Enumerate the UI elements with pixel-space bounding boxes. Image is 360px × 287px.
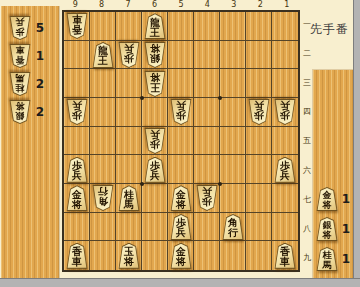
piece-sente-pawn[interactable]: 歩兵: [168, 213, 194, 242]
square-12[interactable]: [272, 41, 298, 70]
shogi-diagram: 歩兵5香車1桂馬2銀将2 987654321 一二三四五六七八九 香車龍王龍王歩…: [0, 0, 360, 287]
piece-gote-lance[interactable]: 香車: [64, 12, 90, 41]
square-18[interactable]: [272, 213, 298, 242]
piece-kanji: 歩兵: [274, 99, 296, 125]
piece-sente-dragon[interactable]: 龍王: [90, 41, 116, 70]
hand-count-gote-pawn: 5: [33, 16, 47, 40]
square-28[interactable]: [246, 213, 272, 242]
hand-count-gote-knight: 2: [33, 72, 47, 96]
square-52[interactable]: [168, 41, 194, 70]
rank-label-2: 二: [301, 39, 313, 68]
square-35[interactable]: [220, 127, 246, 156]
file-label-9: 9: [62, 0, 88, 10]
square-41[interactable]: [194, 12, 220, 41]
piece-gote-pawn[interactable]: 歩兵: [168, 98, 194, 127]
square-68[interactable]: [142, 213, 168, 242]
file-label-7: 7: [115, 0, 141, 10]
piece-kanji: 銀将: [9, 100, 31, 124]
hand-piece-sente-gold[interactable]: 金将: [315, 187, 339, 211]
piece-kanji: 龍王: [144, 13, 166, 39]
rank-label-5: 五: [301, 126, 313, 155]
piece-sente-knight[interactable]: 桂馬: [116, 184, 142, 213]
file-label-1: 1: [274, 0, 300, 10]
piece-kanji: 龍王: [92, 42, 114, 68]
square-27[interactable]: [246, 184, 272, 213]
window-border-bottom: [0, 278, 360, 287]
square-36[interactable]: [220, 155, 246, 184]
rank-label-8: 八: [301, 214, 313, 243]
square-78[interactable]: [116, 213, 142, 242]
square-13[interactable]: [272, 69, 298, 98]
piece-sente-gold[interactable]: 金将: [168, 184, 194, 213]
hand-piece-gote-lance[interactable]: 香車: [8, 44, 32, 68]
shogi-board: 香車龍王龍王歩兵銀将王将歩兵歩兵歩兵歩兵歩兵歩兵歩兵歩兵金将角行桂馬金将歩兵歩兵…: [62, 10, 300, 272]
rank-label-4: 四: [301, 97, 313, 126]
rank-label-6: 六: [301, 156, 313, 185]
piece-kanji: 歩兵: [118, 42, 140, 68]
square-46[interactable]: [194, 155, 220, 184]
hand-count-sente-gold: 1: [339, 187, 353, 211]
piece-gote-pawn[interactable]: 歩兵: [116, 41, 142, 70]
square-11[interactable]: [272, 12, 298, 41]
hand-count-gote-lance: 1: [33, 44, 47, 68]
piece-sente-pawn[interactable]: 歩兵: [64, 155, 90, 184]
square-86[interactable]: [90, 155, 116, 184]
square-95[interactable]: [64, 127, 90, 156]
file-labels: 987654321: [62, 0, 300, 10]
piece-gote-king[interactable]: 王将: [142, 69, 168, 98]
square-55[interactable]: [168, 127, 194, 156]
square-84[interactable]: [90, 98, 116, 127]
square-29[interactable]: [246, 241, 272, 270]
square-48[interactable]: [194, 213, 220, 242]
hand-piece-sente-knight[interactable]: 桂馬: [315, 247, 339, 271]
hand-count-sente-silver: 1: [339, 217, 353, 241]
piece-sente-pawn[interactable]: 歩兵: [272, 155, 298, 184]
piece-kanji: 歩兵: [9, 16, 31, 40]
square-33[interactable]: [220, 69, 246, 98]
piece-kanji: 金将: [170, 185, 192, 211]
piece-kanji: 歩兵: [170, 214, 192, 240]
square-85[interactable]: [90, 127, 116, 156]
square-51[interactable]: [168, 12, 194, 41]
piece-kanji: 角行: [222, 214, 244, 240]
hand-piece-gote-silver[interactable]: 銀将: [8, 100, 32, 124]
square-44[interactable]: [194, 98, 220, 127]
rank-labels: 一二三四五六七八九: [301, 10, 313, 272]
hand-count-gote-silver: 2: [33, 100, 47, 124]
piece-kanji: 角行: [92, 185, 114, 211]
hoshi-dot: [218, 96, 222, 100]
file-label-3: 3: [221, 0, 247, 10]
square-76[interactable]: [116, 155, 142, 184]
square-37[interactable]: [220, 184, 246, 213]
piece-kanji: 桂馬: [316, 247, 338, 271]
file-label-8: 8: [88, 0, 114, 10]
square-53[interactable]: [168, 69, 194, 98]
square-15[interactable]: [272, 127, 298, 156]
piece-gote-bishop[interactable]: 角行: [90, 184, 116, 213]
square-25[interactable]: [246, 127, 272, 156]
piece-kanji: 香車: [274, 243, 296, 269]
hand-piece-gote-knight[interactable]: 桂馬: [8, 72, 32, 96]
piece-kanji: 銀将: [144, 42, 166, 68]
piece-sente-king[interactable]: 玉将: [116, 241, 142, 270]
piece-kanji: 香車: [66, 13, 88, 39]
piece-kanji: 歩兵: [144, 157, 166, 183]
piece-kanji: 桂馬: [9, 72, 31, 96]
square-42[interactable]: [194, 41, 220, 70]
piece-kanji: 香車: [66, 243, 88, 269]
piece-kanji: 歩兵: [248, 99, 270, 125]
piece-gote-pawn[interactable]: 歩兵: [64, 98, 90, 127]
piece-sente-lance[interactable]: 香車: [272, 241, 298, 270]
file-label-6: 6: [141, 0, 167, 10]
square-75[interactable]: [116, 127, 142, 156]
square-32[interactable]: [220, 41, 246, 70]
sente-hand-panel: 金将1銀将1桂馬1歩兵2: [313, 70, 353, 280]
rank-label-7: 七: [301, 185, 313, 214]
file-label-2: 2: [247, 0, 273, 10]
square-89[interactable]: [90, 241, 116, 270]
square-81[interactable]: [90, 12, 116, 41]
square-71[interactable]: [116, 12, 142, 41]
piece-gote-silver[interactable]: 銀将: [142, 41, 168, 70]
piece-kanji: 玉将: [118, 243, 140, 269]
piece-kanji: 歩兵: [66, 157, 88, 183]
piece-sente-dragon[interactable]: 龍王: [142, 12, 168, 41]
square-73[interactable]: [116, 69, 142, 98]
piece-gote-pawn[interactable]: 歩兵: [142, 127, 168, 156]
square-34[interactable]: [220, 98, 246, 127]
square-22[interactable]: [246, 41, 272, 70]
piece-kanji: 桂馬: [118, 185, 140, 211]
square-92[interactable]: [64, 41, 90, 70]
square-74[interactable]: [116, 98, 142, 127]
piece-sente-gold[interactable]: 金将: [64, 184, 90, 213]
square-21[interactable]: [246, 12, 272, 41]
square-83[interactable]: [90, 69, 116, 98]
piece-kanji: 金将: [170, 243, 192, 269]
square-43[interactable]: [194, 69, 220, 98]
file-label-4: 4: [194, 0, 220, 10]
piece-kanji: 歩兵: [274, 157, 296, 183]
piece-sente-bishop[interactable]: 角行: [220, 213, 246, 242]
piece-sente-pawn[interactable]: 歩兵: [142, 155, 168, 184]
piece-sente-gold[interactable]: 金将: [168, 241, 194, 270]
rank-label-9: 九: [301, 243, 313, 272]
piece-kanji: 金将: [316, 187, 338, 211]
square-49[interactable]: [194, 241, 220, 270]
piece-kanji: 香車: [9, 44, 31, 68]
square-56[interactable]: [168, 155, 194, 184]
piece-gote-pawn[interactable]: 歩兵: [246, 98, 272, 127]
hand-count-sente-knight: 1: [339, 247, 353, 271]
piece-gote-pawn[interactable]: 歩兵: [194, 184, 220, 213]
piece-kanji: 歩兵: [144, 128, 166, 154]
square-17[interactable]: [272, 184, 298, 213]
square-31[interactable]: [220, 12, 246, 41]
piece-kanji: 王将: [144, 71, 166, 97]
square-88[interactable]: [90, 213, 116, 242]
square-26[interactable]: [246, 155, 272, 184]
square-23[interactable]: [246, 69, 272, 98]
square-98[interactable]: [64, 213, 90, 242]
piece-kanji: 歩兵: [66, 99, 88, 125]
piece-kanji: 銀将: [316, 217, 338, 241]
hand-piece-sente-silver[interactable]: 銀将: [315, 217, 339, 241]
piece-gote-pawn[interactable]: 歩兵: [272, 98, 298, 127]
square-69[interactable]: [142, 241, 168, 270]
piece-sente-lance[interactable]: 香車: [64, 241, 90, 270]
piece-kanji: 歩兵: [196, 185, 218, 211]
file-label-5: 5: [168, 0, 194, 10]
square-39[interactable]: [220, 241, 246, 270]
square-93[interactable]: [64, 69, 90, 98]
square-67[interactable]: [142, 184, 168, 213]
hand-piece-gote-pawn[interactable]: 歩兵: [8, 16, 32, 40]
square-45[interactable]: [194, 127, 220, 156]
square-64[interactable]: [142, 98, 168, 127]
piece-kanji: 歩兵: [170, 99, 192, 125]
rank-label-3: 三: [301, 68, 313, 97]
piece-kanji: 金将: [66, 185, 88, 211]
window-border-right: [353, 0, 360, 287]
gote-hand-panel: 歩兵5香車1桂馬2銀将2: [1, 6, 59, 279]
